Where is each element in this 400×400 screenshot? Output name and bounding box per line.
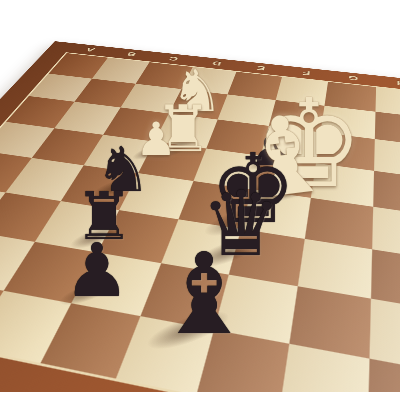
piece-black-pawn-c5[interactable]: ♟ [64, 233, 130, 307]
piece-black-bishop[interactable]: ♝ [154, 238, 254, 350]
chessboard-photo-scene: ABCDEFGH 12345678 ♞♜♟♝♚♟♚♛♝♞♜♟ [0, 0, 400, 400]
photo-bottom-border [0, 392, 400, 400]
piece-layer: ♞♜♟♝♚♟♚♛♝♞♜♟ [0, 0, 400, 400]
